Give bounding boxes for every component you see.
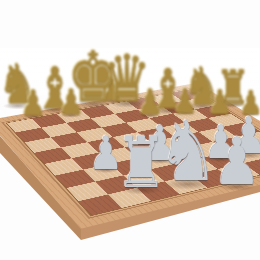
pieces-layer: ♟♚♛♜♞♞♝♝♟♟♟♟♟♟♟♟♟♟♞♟♜: [0, 0, 260, 260]
chess-piece-silver-rook: ♜: [115, 128, 166, 198]
chess-piece-silver-pawn: ♟: [213, 129, 260, 194]
chess-piece-gold-pawn: ♟: [58, 85, 84, 120]
chess-set-product-photo: ♟♚♛♜♞♞♝♝♟♟♟♟♟♟♟♟♟♟♞♟♜: [0, 0, 260, 260]
chess-piece-gold-pawn: ♟: [20, 86, 46, 121]
